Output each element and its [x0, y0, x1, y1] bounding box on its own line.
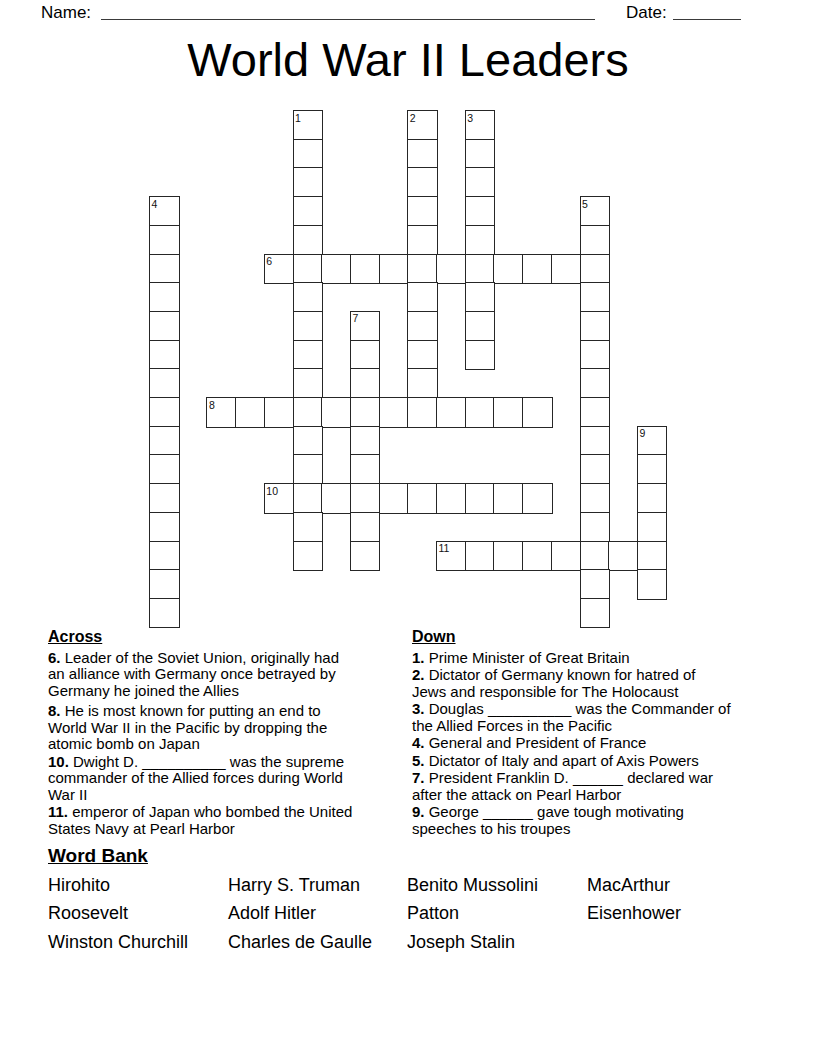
- word-bank-item: Roosevelt: [48, 903, 228, 924]
- grid-cell-r15c12[interactable]: [493, 541, 524, 572]
- word-bank-item: Joseph Stalin: [407, 932, 587, 953]
- grid-cell-r1c5[interactable]: [293, 139, 324, 170]
- cell-number-3: 3: [467, 113, 473, 123]
- grid-cell-r13c12[interactable]: [493, 483, 524, 514]
- grid-cell-r8c15[interactable]: [580, 340, 611, 371]
- grid-cell-r5c7[interactable]: [350, 254, 381, 285]
- grid-cell-r7c9[interactable]: [407, 311, 438, 342]
- name-blank-line[interactable]: [101, 3, 595, 20]
- grid-cell-r16c15[interactable]: [580, 569, 611, 600]
- down-heading: Down: [412, 629, 768, 646]
- cell-number-1: 1: [295, 113, 301, 123]
- grid-cell-r16c0[interactable]: [149, 569, 180, 600]
- grid-cell-r13c17[interactable]: [637, 483, 668, 514]
- grid-cell-r5c11[interactable]: [465, 254, 496, 285]
- grid-cell-r14c15[interactable]: [580, 512, 611, 543]
- grid-cell-r11c7[interactable]: [350, 426, 381, 457]
- worksheet-page: Name: Date: World War II Leaders 1234567…: [0, 0, 816, 1056]
- grid-cell-r15c14[interactable]: [551, 541, 582, 572]
- clue-across-11: 11. emperor of Japan who bombed the Unit…: [48, 804, 397, 837]
- grid-cell-r11c15[interactable]: [580, 426, 611, 457]
- cell-number-8: 8: [209, 400, 215, 410]
- clue-down-5: 5. Dictator of Italy and apart of Axis P…: [412, 753, 768, 770]
- grid-cell-r14c17[interactable]: [637, 512, 668, 543]
- grid-cell-r9c5[interactable]: [293, 368, 324, 399]
- word-bank-item: Hirohito: [48, 875, 228, 896]
- cell-number-6: 6: [266, 256, 272, 266]
- grid-cell-r5c10[interactable]: [436, 254, 467, 285]
- grid-cell-r13c15[interactable]: [580, 483, 611, 514]
- grid-cell-r4c9[interactable]: [407, 225, 438, 256]
- grid-cell-r10c7[interactable]: [350, 397, 381, 428]
- grid-cell-r12c0[interactable]: [149, 454, 180, 485]
- word-bank-heading: Word Bank: [48, 845, 148, 867]
- clue-across-8: 8. He is most known for putting an end t…: [48, 703, 397, 753]
- grid-cell-r8c0[interactable]: [149, 340, 180, 371]
- grid-cell-r4c11[interactable]: [465, 225, 496, 256]
- grid-cell-r15c13[interactable]: [522, 541, 553, 572]
- grid-cell-r10c9[interactable]: [407, 397, 438, 428]
- cell-number-4: 4: [152, 199, 158, 209]
- grid-cell-r9c7[interactable]: [350, 368, 381, 399]
- clue-across-10: 10. Dwight D. __________ was the supreme…: [48, 754, 397, 804]
- grid-cell-r10c12[interactable]: [493, 397, 524, 428]
- grid-cell-r14c7[interactable]: [350, 512, 381, 543]
- grid-cell-r4c5[interactable]: [293, 225, 324, 256]
- across-clue-list: 6. Leader of the Soviet Union, originall…: [48, 650, 397, 838]
- grid-cell-r6c5[interactable]: [293, 282, 324, 313]
- grid-cell-r14c5[interactable]: [293, 512, 324, 543]
- grid-cell-r6c15[interactable]: [580, 282, 611, 313]
- grid-cell-r5c8[interactable]: [379, 254, 410, 285]
- grid-cell-r15c11[interactable]: [465, 541, 496, 572]
- grid-cell-r7c15[interactable]: [580, 311, 611, 342]
- grid-cell-r5c15[interactable]: [580, 254, 611, 285]
- grid-cell-r12c7[interactable]: [350, 454, 381, 485]
- word-bank-item: Benito Mussolini: [407, 875, 587, 896]
- cell-number-10: 10: [266, 486, 278, 496]
- grid-cell-r3c5[interactable]: [293, 196, 324, 227]
- grid-cell-r12c17[interactable]: [637, 454, 668, 485]
- grid-cell-r13c5[interactable]: [293, 483, 324, 514]
- grid-cell-r7c5[interactable]: [293, 311, 324, 342]
- grid-cell-r13c10[interactable]: [436, 483, 467, 514]
- grid-cell-r9c15[interactable]: [580, 368, 611, 399]
- page-title: World War II Leaders: [0, 32, 816, 88]
- across-heading: Across: [48, 629, 397, 646]
- cell-number-5: 5: [582, 199, 588, 209]
- clue-down-9: 9. George ______ gave tough motivating s…: [412, 804, 768, 837]
- grid-cell-r5c12[interactable]: [493, 254, 524, 285]
- grid-cell-r2c5[interactable]: [293, 167, 324, 198]
- down-clues-section: Down 1. Prime Minister of Great Britain2…: [412, 629, 768, 838]
- grid-cell-r5c14[interactable]: [551, 254, 582, 285]
- grid-cell-r5c9[interactable]: [407, 254, 438, 285]
- name-label: Name:: [41, 3, 91, 23]
- grid-cell-r5c13[interactable]: [522, 254, 553, 285]
- grid-cell-r13c11[interactable]: [465, 483, 496, 514]
- clue-down-1: 1. Prime Minister of Great Britain: [412, 650, 768, 667]
- cell-number-2: 2: [410, 113, 416, 123]
- clue-down-2: 2. Dictator of Germany known for hatred …: [412, 667, 768, 700]
- grid-cell-r15c5[interactable]: [293, 541, 324, 572]
- grid-cell-r10c10[interactable]: [436, 397, 467, 428]
- grid-cell-r5c5[interactable]: [293, 254, 324, 285]
- grid-cell-r10c13[interactable]: [522, 397, 553, 428]
- grid-cell-r10c15[interactable]: [580, 397, 611, 428]
- grid-cell-r13c9[interactable]: [407, 483, 438, 514]
- word-bank-item: Patton: [407, 903, 587, 924]
- cell-number-9: 9: [639, 428, 645, 438]
- word-bank-item: Eisenhower: [587, 903, 767, 924]
- grid-cell-r17c0[interactable]: [149, 598, 180, 629]
- grid-cell-r10c6[interactable]: [321, 397, 352, 428]
- across-clues-section: Across 6. Leader of the Soviet Union, or…: [48, 629, 397, 838]
- grid-cell-r6c0[interactable]: [149, 282, 180, 313]
- grid-cell-r3c9[interactable]: [407, 196, 438, 227]
- grid-cell-r13c7[interactable]: [350, 483, 381, 514]
- grid-cell-r11c5[interactable]: [293, 426, 324, 457]
- down-clue-list: 1. Prime Minister of Great Britain2. Dic…: [412, 650, 768, 838]
- word-bank-item: MacArthur: [587, 875, 767, 896]
- grid-cell-r13c8[interactable]: [379, 483, 410, 514]
- grid-cell-r2c11[interactable]: [465, 167, 496, 198]
- grid-cell-r10c4[interactable]: [264, 397, 295, 428]
- word-bank-item: Charles de Gaulle: [228, 932, 407, 953]
- clue-across-6: 6. Leader of the Soviet Union, originall…: [48, 650, 397, 700]
- grid-cell-r8c7[interactable]: [350, 340, 381, 371]
- grid-cell-r10c5[interactable]: [293, 397, 324, 428]
- cell-number-11: 11: [439, 543, 450, 553]
- crossword-grid: 1234567891011: [149, 110, 669, 630]
- grid-cell-r9c0[interactable]: [149, 368, 180, 399]
- grid-cell-r7c11[interactable]: [465, 311, 496, 342]
- grid-cell-r1c9[interactable]: [407, 139, 438, 170]
- grid-cell-r15c7[interactable]: [350, 541, 381, 572]
- grid-cell-r10c3[interactable]: [235, 397, 266, 428]
- cell-number-7: 7: [352, 313, 358, 323]
- clue-down-3: 3. Douglas __________ was the Commander …: [412, 701, 768, 734]
- grid-cell-r13c0[interactable]: [149, 483, 180, 514]
- grid-cell-r15c16[interactable]: [608, 541, 639, 572]
- grid-cell-r4c0[interactable]: [149, 225, 180, 256]
- grid-cell-r16c17[interactable]: [637, 569, 668, 600]
- grid-cell-r6c11[interactable]: [465, 282, 496, 313]
- grid-cell-r1c11[interactable]: [465, 139, 496, 170]
- grid-cell-r14c0[interactable]: [149, 512, 180, 543]
- date-label: Date:: [626, 3, 667, 23]
- clue-down-4: 4. General and President of France: [412, 735, 768, 752]
- date-blank-line[interactable]: [673, 3, 741, 20]
- grid-cell-r9c9[interactable]: [407, 368, 438, 399]
- grid-cell-r3c11[interactable]: [465, 196, 496, 227]
- grid-cell-r8c9[interactable]: [407, 340, 438, 371]
- grid-cell-r10c11[interactable]: [465, 397, 496, 428]
- grid-cell-r5c0[interactable]: [149, 254, 180, 285]
- grid-cell-r7c0[interactable]: [149, 311, 180, 342]
- grid-cell-r2c9[interactable]: [407, 167, 438, 198]
- word-bank-item: Winston Churchill: [48, 932, 228, 953]
- grid-cell-r4c15[interactable]: [580, 225, 611, 256]
- word-bank-item: Harry S. Truman: [228, 875, 407, 896]
- grid-cell-r11c0[interactable]: [149, 426, 180, 457]
- grid-cell-r10c8[interactable]: [379, 397, 410, 428]
- grid-cell-r10c0[interactable]: [149, 397, 180, 428]
- grid-cell-r13c6[interactable]: [321, 483, 352, 514]
- grid-cell-r8c11[interactable]: [465, 340, 496, 371]
- grid-cell-r15c15[interactable]: [580, 541, 611, 572]
- grid-cell-r12c15[interactable]: [580, 454, 611, 485]
- grid-cell-r17c15[interactable]: [580, 598, 611, 629]
- grid-cell-r13c13[interactable]: [522, 483, 553, 514]
- word-bank-item: Adolf Hitler: [228, 903, 407, 924]
- grid-cell-r5c6[interactable]: [321, 254, 352, 285]
- grid-cell-r15c17[interactable]: [637, 541, 668, 572]
- grid-cell-r15c0[interactable]: [149, 541, 180, 572]
- grid-cell-r12c5[interactable]: [293, 454, 324, 485]
- word-bank-grid: HirohitoHarry S. TrumanBenito MussoliniM…: [48, 871, 788, 957]
- clue-down-7: 7. President Franklin D. ______ declared…: [412, 770, 768, 803]
- grid-cell-r8c5[interactable]: [293, 340, 324, 371]
- grid-cell-r6c9[interactable]: [407, 282, 438, 313]
